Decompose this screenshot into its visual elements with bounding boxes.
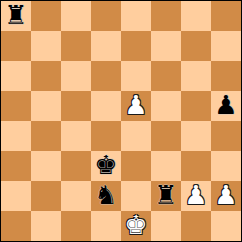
piece-white-pawn[interactable]: ♟ xyxy=(124,90,147,120)
piece-black-rook[interactable]: ♜ xyxy=(4,0,27,30)
square-d5[interactable] xyxy=(91,91,121,121)
square-h1[interactable] xyxy=(211,211,241,241)
square-f1[interactable] xyxy=(151,211,181,241)
square-a3[interactable] xyxy=(1,151,31,181)
square-a4[interactable] xyxy=(1,121,31,151)
square-d2[interactable]: ♞ xyxy=(91,181,121,211)
piece-black-pawn[interactable]: ♟ xyxy=(214,90,237,120)
square-b6[interactable] xyxy=(31,61,61,91)
square-b3[interactable] xyxy=(31,151,61,181)
square-f5[interactable] xyxy=(151,91,181,121)
square-b1[interactable] xyxy=(31,211,61,241)
square-a8[interactable]: ♜ xyxy=(1,1,31,31)
square-e1[interactable]: ♚ xyxy=(121,211,151,241)
square-g3[interactable] xyxy=(181,151,211,181)
square-h8[interactable] xyxy=(211,1,241,31)
square-a2[interactable] xyxy=(1,181,31,211)
square-h6[interactable] xyxy=(211,61,241,91)
piece-black-knight[interactable]: ♞ xyxy=(94,180,117,210)
square-g6[interactable] xyxy=(181,61,211,91)
square-e4[interactable] xyxy=(121,121,151,151)
square-h7[interactable] xyxy=(211,31,241,61)
piece-white-pawn[interactable]: ♟ xyxy=(214,180,237,210)
square-c5[interactable] xyxy=(61,91,91,121)
square-g7[interactable] xyxy=(181,31,211,61)
square-b5[interactable] xyxy=(31,91,61,121)
square-g2[interactable]: ♟ xyxy=(181,181,211,211)
square-d7[interactable] xyxy=(91,31,121,61)
square-e6[interactable] xyxy=(121,61,151,91)
square-e7[interactable] xyxy=(121,31,151,61)
square-d8[interactable] xyxy=(91,1,121,31)
square-c6[interactable] xyxy=(61,61,91,91)
square-b8[interactable] xyxy=(31,1,61,31)
square-g5[interactable] xyxy=(181,91,211,121)
square-f4[interactable] xyxy=(151,121,181,151)
square-f3[interactable] xyxy=(151,151,181,181)
square-c2[interactable] xyxy=(61,181,91,211)
square-c7[interactable] xyxy=(61,31,91,61)
square-c4[interactable] xyxy=(61,121,91,151)
square-a5[interactable] xyxy=(1,91,31,121)
square-f2[interactable]: ♜ xyxy=(151,181,181,211)
square-c1[interactable] xyxy=(61,211,91,241)
square-f7[interactable] xyxy=(151,31,181,61)
square-f8[interactable] xyxy=(151,1,181,31)
piece-white-king[interactable]: ♚ xyxy=(124,210,147,240)
square-h4[interactable] xyxy=(211,121,241,151)
square-b4[interactable] xyxy=(31,121,61,151)
square-e5[interactable]: ♟ xyxy=(121,91,151,121)
square-d4[interactable] xyxy=(91,121,121,151)
square-e2[interactable] xyxy=(121,181,151,211)
square-d1[interactable] xyxy=(91,211,121,241)
square-e3[interactable] xyxy=(121,151,151,181)
piece-black-king[interactable]: ♚ xyxy=(94,150,117,180)
square-g8[interactable] xyxy=(181,1,211,31)
square-g4[interactable] xyxy=(181,121,211,151)
square-d6[interactable] xyxy=(91,61,121,91)
square-a6[interactable] xyxy=(1,61,31,91)
square-c8[interactable] xyxy=(61,1,91,31)
square-g1[interactable] xyxy=(181,211,211,241)
square-b7[interactable] xyxy=(31,31,61,61)
square-f6[interactable] xyxy=(151,61,181,91)
square-h5[interactable]: ♟ xyxy=(211,91,241,121)
chess-board-screenshot: ♜♟♟♚♞♜♟♟♚ xyxy=(0,0,242,242)
square-a7[interactable] xyxy=(1,31,31,61)
square-a1[interactable] xyxy=(1,211,31,241)
chess-board: ♜♟♟♚♞♜♟♟♚ xyxy=(0,0,242,242)
square-d3[interactable]: ♚ xyxy=(91,151,121,181)
square-c3[interactable] xyxy=(61,151,91,181)
square-h2[interactable]: ♟ xyxy=(211,181,241,211)
piece-white-pawn[interactable]: ♟ xyxy=(184,180,207,210)
piece-black-rook[interactable]: ♜ xyxy=(154,180,177,210)
square-h3[interactable] xyxy=(211,151,241,181)
square-e8[interactable] xyxy=(121,1,151,31)
square-b2[interactable] xyxy=(31,181,61,211)
